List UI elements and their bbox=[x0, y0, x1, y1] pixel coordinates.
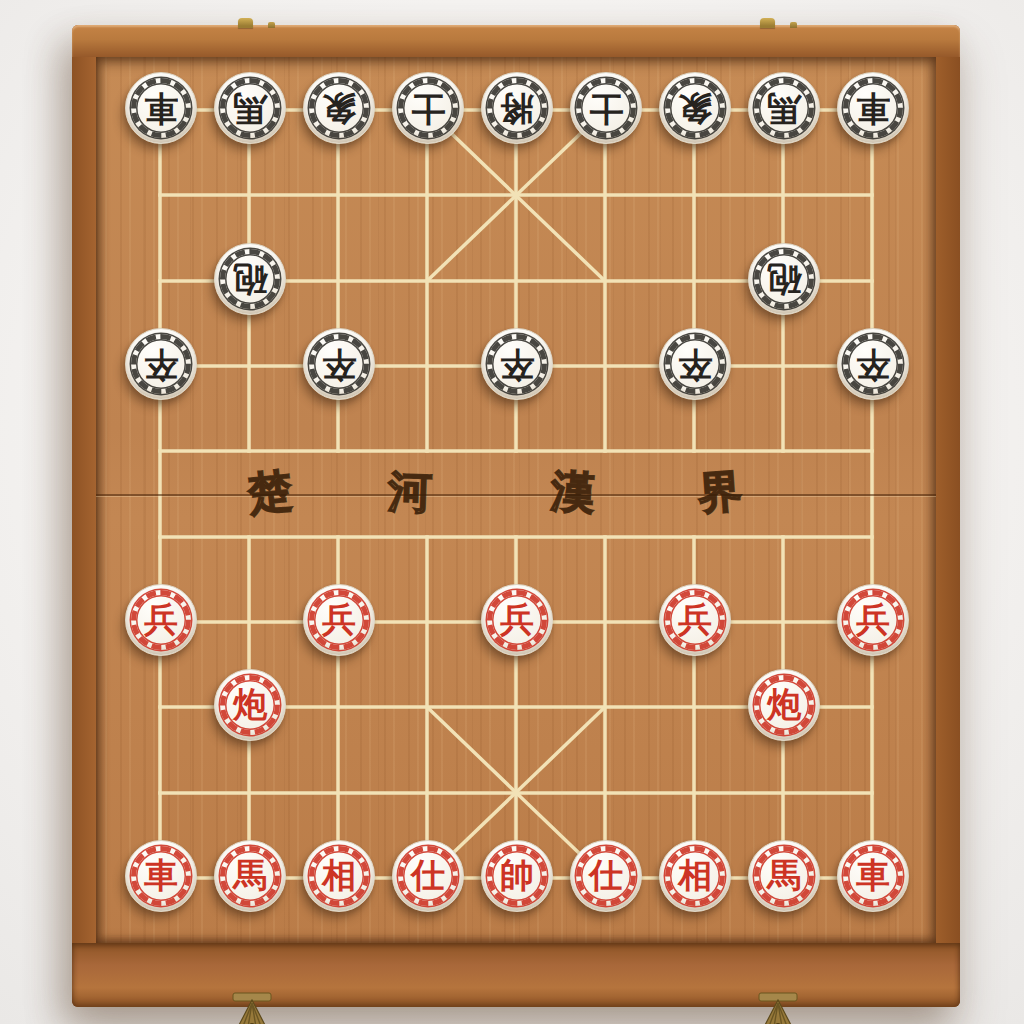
piece-black-cannon[interactable]: 砲 bbox=[214, 243, 286, 315]
piece-character: 兵 bbox=[144, 597, 178, 643]
piece-character: 士 bbox=[411, 85, 445, 131]
river-inscription-char: 河 bbox=[381, 463, 439, 521]
piece-character: 兵 bbox=[322, 597, 356, 643]
piece-character: 卒 bbox=[856, 341, 890, 387]
piece-character: 帥 bbox=[500, 853, 534, 899]
piece-character: 象 bbox=[322, 85, 356, 131]
piece-character: 兵 bbox=[500, 597, 534, 643]
piece-character: 象 bbox=[678, 85, 712, 131]
piece-red-cannon[interactable]: 炮 bbox=[214, 669, 286, 741]
piece-red-horse[interactable]: 馬 bbox=[748, 840, 820, 912]
board-frame-top bbox=[72, 25, 960, 57]
photo-background: 楚河漢界 車馬象士將士象馬車砲砲卒卒卒卒卒兵兵兵兵兵炮炮車馬相仕帥仕相馬車 bbox=[0, 0, 1024, 1024]
piece-character: 車 bbox=[144, 853, 178, 899]
piece-black-soldier[interactable]: 卒 bbox=[303, 328, 375, 400]
piece-black-cannon[interactable]: 砲 bbox=[748, 243, 820, 315]
piece-character: 兵 bbox=[678, 597, 712, 643]
piece-red-cannon[interactable]: 炮 bbox=[748, 669, 820, 741]
piece-character: 馬 bbox=[767, 853, 801, 899]
piece-character: 炮 bbox=[233, 682, 267, 728]
piece-red-soldier[interactable]: 兵 bbox=[659, 584, 731, 656]
piece-character: 仕 bbox=[411, 853, 445, 899]
piece-character: 砲 bbox=[767, 256, 801, 302]
piece-character: 卒 bbox=[500, 341, 534, 387]
piece-red-advisor[interactable]: 仕 bbox=[570, 840, 642, 912]
board-frame-bottom bbox=[72, 943, 960, 1007]
piece-red-elephant[interactable]: 相 bbox=[303, 840, 375, 912]
piece-character: 將 bbox=[500, 85, 534, 131]
piece-black-elephant[interactable]: 象 bbox=[303, 72, 375, 144]
piece-red-chariot[interactable]: 車 bbox=[125, 840, 197, 912]
river-inscription-char: 楚 bbox=[239, 461, 301, 523]
piece-red-horse[interactable]: 馬 bbox=[214, 840, 286, 912]
hinge-icon bbox=[760, 18, 775, 28]
xiangqi-board: 楚河漢界 車馬象士將士象馬車砲砲卒卒卒卒卒兵兵兵兵兵炮炮車馬相仕帥仕相馬車 bbox=[72, 25, 960, 1007]
piece-red-soldier[interactable]: 兵 bbox=[125, 584, 197, 656]
piece-character: 砲 bbox=[233, 256, 267, 302]
piece-character: 士 bbox=[589, 85, 623, 131]
piece-red-advisor[interactable]: 仕 bbox=[392, 840, 464, 912]
piece-red-soldier[interactable]: 兵 bbox=[837, 584, 909, 656]
piece-black-advisor[interactable]: 士 bbox=[392, 72, 464, 144]
piece-character: 相 bbox=[678, 853, 712, 899]
piece-red-elephant[interactable]: 相 bbox=[659, 840, 731, 912]
piece-character: 車 bbox=[144, 85, 178, 131]
piece-black-chariot[interactable]: 車 bbox=[125, 72, 197, 144]
clasp-icon bbox=[230, 991, 274, 1024]
piece-black-horse[interactable]: 馬 bbox=[214, 72, 286, 144]
piece-black-advisor[interactable]: 士 bbox=[570, 72, 642, 144]
piece-red-soldier[interactable]: 兵 bbox=[481, 584, 553, 656]
piece-black-soldier[interactable]: 卒 bbox=[481, 328, 553, 400]
piece-character: 車 bbox=[856, 853, 890, 899]
piece-red-general[interactable]: 帥 bbox=[481, 840, 553, 912]
piece-character: 馬 bbox=[233, 85, 267, 131]
piece-character: 卒 bbox=[144, 341, 178, 387]
piece-character: 仕 bbox=[589, 853, 623, 899]
piece-black-soldier[interactable]: 卒 bbox=[837, 328, 909, 400]
piece-character: 馬 bbox=[233, 853, 267, 899]
river-inscription-char: 界 bbox=[690, 462, 750, 522]
piece-black-elephant[interactable]: 象 bbox=[659, 72, 731, 144]
clasp-icon bbox=[756, 991, 800, 1024]
piece-red-chariot[interactable]: 車 bbox=[837, 840, 909, 912]
piece-character: 炮 bbox=[767, 682, 801, 728]
piece-character: 卒 bbox=[322, 341, 356, 387]
piece-black-general[interactable]: 將 bbox=[481, 72, 553, 144]
piece-black-chariot[interactable]: 車 bbox=[837, 72, 909, 144]
hinge-icon bbox=[238, 18, 253, 28]
river-inscription-char: 漢 bbox=[543, 462, 603, 522]
piece-character: 卒 bbox=[678, 341, 712, 387]
board-surface[interactable]: 楚河漢界 車馬象士將士象馬車砲砲卒卒卒卒卒兵兵兵兵兵炮炮車馬相仕帥仕相馬車 bbox=[96, 57, 936, 943]
piece-character: 相 bbox=[322, 853, 356, 899]
piece-black-horse[interactable]: 馬 bbox=[748, 72, 820, 144]
piece-red-soldier[interactable]: 兵 bbox=[303, 584, 375, 656]
board-grid bbox=[96, 57, 936, 943]
piece-character: 車 bbox=[856, 85, 890, 131]
piece-character: 馬 bbox=[767, 85, 801, 131]
piece-black-soldier[interactable]: 卒 bbox=[659, 328, 731, 400]
piece-black-soldier[interactable]: 卒 bbox=[125, 328, 197, 400]
piece-character: 兵 bbox=[856, 597, 890, 643]
fold-seam bbox=[96, 494, 936, 496]
